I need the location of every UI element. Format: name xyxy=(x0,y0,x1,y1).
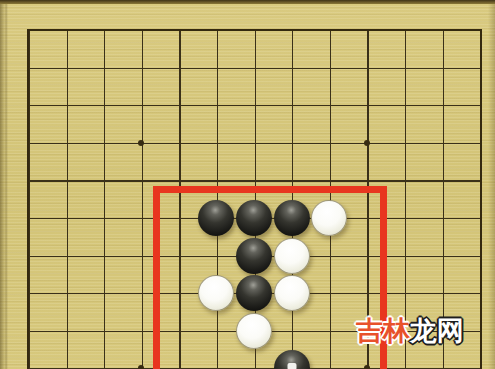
intersection[interactable] xyxy=(273,49,311,87)
partial-move-label xyxy=(287,363,296,369)
intersection[interactable] xyxy=(273,274,311,312)
intersection[interactable] xyxy=(348,350,386,369)
intersection[interactable] xyxy=(85,162,123,200)
intersection[interactable] xyxy=(160,199,198,237)
intersection[interactable] xyxy=(386,49,424,87)
intersection[interactable] xyxy=(85,274,123,312)
intersection[interactable] xyxy=(160,274,198,312)
intersection[interactable] xyxy=(273,124,311,162)
intersection[interactable] xyxy=(235,86,273,124)
intersection[interactable] xyxy=(273,350,311,369)
intersection[interactable] xyxy=(423,274,461,312)
intersection[interactable] xyxy=(310,199,348,237)
intersection[interactable] xyxy=(461,11,495,49)
board-left-edge xyxy=(0,0,8,369)
intersection[interactable] xyxy=(386,237,424,275)
intersection[interactable] xyxy=(310,11,348,49)
black-stone xyxy=(274,200,310,236)
intersection[interactable] xyxy=(47,199,85,237)
intersection[interactable] xyxy=(47,237,85,275)
intersection[interactable] xyxy=(423,49,461,87)
intersection[interactable] xyxy=(47,350,85,369)
intersection[interactable] xyxy=(85,86,123,124)
intersection[interactable] xyxy=(386,274,424,312)
black-stone xyxy=(236,200,272,236)
intersection[interactable] xyxy=(85,49,123,87)
intersection[interactable] xyxy=(273,199,311,237)
intersection[interactable] xyxy=(122,11,160,49)
intersection[interactable] xyxy=(198,49,236,87)
intersection[interactable] xyxy=(198,199,236,237)
intersection[interactable] xyxy=(235,350,273,369)
intersection[interactable] xyxy=(235,49,273,87)
intersection[interactable] xyxy=(310,274,348,312)
intersection[interactable] xyxy=(348,199,386,237)
intersection[interactable] xyxy=(235,199,273,237)
intersection[interactable] xyxy=(198,237,236,275)
black-stone xyxy=(236,275,272,311)
intersection[interactable] xyxy=(348,274,386,312)
intersection[interactable] xyxy=(122,86,160,124)
intersection[interactable] xyxy=(122,312,160,350)
intersection[interactable] xyxy=(386,350,424,369)
intersection[interactable] xyxy=(423,199,461,237)
intersection[interactable] xyxy=(273,11,311,49)
intersection[interactable] xyxy=(235,11,273,49)
black-stone xyxy=(274,350,310,369)
intersection[interactable] xyxy=(122,49,160,87)
intersection[interactable] xyxy=(461,237,495,275)
intersection[interactable] xyxy=(160,86,198,124)
intersection[interactable] xyxy=(122,350,160,369)
intersection[interactable] xyxy=(198,86,236,124)
intersection[interactable] xyxy=(423,237,461,275)
intersection[interactable] xyxy=(235,162,273,200)
intersection[interactable] xyxy=(198,274,236,312)
intersection[interactable] xyxy=(310,124,348,162)
intersection[interactable] xyxy=(47,86,85,124)
intersection[interactable] xyxy=(198,312,236,350)
intersection[interactable] xyxy=(310,162,348,200)
intersection[interactable] xyxy=(461,312,495,350)
intersection[interactable] xyxy=(386,124,424,162)
intersection[interactable] xyxy=(198,11,236,49)
intersection[interactable] xyxy=(348,11,386,49)
intersection[interactable] xyxy=(122,162,160,200)
intersection[interactable] xyxy=(386,199,424,237)
intersection[interactable] xyxy=(10,199,48,237)
intersection[interactable] xyxy=(10,124,48,162)
intersection[interactable] xyxy=(235,312,273,350)
intersection[interactable] xyxy=(160,124,198,162)
intersection[interactable] xyxy=(85,124,123,162)
intersection[interactable] xyxy=(160,237,198,275)
intersection[interactable] xyxy=(310,237,348,275)
intersection[interactable] xyxy=(198,350,236,369)
intersection[interactable] xyxy=(273,312,311,350)
go-diagram: 吉林龙网 xyxy=(0,0,495,369)
white-stone xyxy=(274,275,310,311)
white-stone xyxy=(274,238,310,274)
intersection[interactable] xyxy=(47,312,85,350)
intersection[interactable] xyxy=(10,312,48,350)
intersection[interactable] xyxy=(160,11,198,49)
intersection[interactable] xyxy=(10,162,48,200)
intersection[interactable] xyxy=(386,162,424,200)
intersection[interactable] xyxy=(47,274,85,312)
intersection[interactable] xyxy=(461,49,495,87)
white-stone xyxy=(236,313,272,349)
intersection[interactable] xyxy=(85,350,123,369)
intersection[interactable] xyxy=(85,199,123,237)
intersection[interactable] xyxy=(85,11,123,49)
intersection[interactable] xyxy=(423,86,461,124)
intersection[interactable] xyxy=(47,49,85,87)
intersection[interactable] xyxy=(10,11,48,49)
intersection[interactable] xyxy=(386,86,424,124)
intersection[interactable] xyxy=(461,350,495,369)
intersection[interactable] xyxy=(423,350,461,369)
watermark-part1: 吉林 xyxy=(356,315,410,346)
white-stone xyxy=(311,200,347,236)
intersection[interactable] xyxy=(235,237,273,275)
intersection[interactable] xyxy=(348,162,386,200)
intersection[interactable] xyxy=(160,49,198,87)
intersection[interactable] xyxy=(348,49,386,87)
intersection[interactable] xyxy=(198,162,236,200)
watermark-part2: 龙网 xyxy=(410,315,464,346)
intersection[interactable] xyxy=(10,49,48,87)
board-top-edge xyxy=(0,0,495,4)
intersection[interactable] xyxy=(122,237,160,275)
black-stone xyxy=(198,200,234,236)
intersection[interactable] xyxy=(461,274,495,312)
intersection[interactable] xyxy=(85,312,123,350)
intersection[interactable] xyxy=(10,86,48,124)
intersection[interactable] xyxy=(423,11,461,49)
intersection[interactable] xyxy=(273,86,311,124)
intersection[interactable] xyxy=(273,237,311,275)
intersection[interactable] xyxy=(310,350,348,369)
intersection[interactable] xyxy=(122,124,160,162)
white-stone xyxy=(198,275,234,311)
intersection[interactable] xyxy=(310,312,348,350)
intersection[interactable] xyxy=(348,124,386,162)
intersection[interactable] xyxy=(461,124,495,162)
intersection[interactable] xyxy=(310,49,348,87)
watermark: 吉林龙网 xyxy=(356,316,464,346)
intersection[interactable] xyxy=(47,11,85,49)
intersection[interactable] xyxy=(10,350,48,369)
intersection[interactable] xyxy=(423,162,461,200)
black-stone xyxy=(236,238,272,274)
intersection[interactable] xyxy=(122,274,160,312)
intersection[interactable] xyxy=(461,199,495,237)
intersection[interactable] xyxy=(235,124,273,162)
intersection[interactable] xyxy=(47,124,85,162)
intersection[interactable] xyxy=(423,124,461,162)
intersection[interactable] xyxy=(461,86,495,124)
intersection[interactable] xyxy=(348,237,386,275)
intersection[interactable] xyxy=(160,312,198,350)
intersection[interactable] xyxy=(386,11,424,49)
intersection[interactable] xyxy=(47,162,85,200)
intersection[interactable] xyxy=(310,86,348,124)
intersection[interactable] xyxy=(348,86,386,124)
intersection[interactable] xyxy=(85,237,123,275)
intersection[interactable] xyxy=(160,350,198,369)
intersection[interactable] xyxy=(461,162,495,200)
intersection[interactable] xyxy=(198,124,236,162)
intersection[interactable] xyxy=(122,199,160,237)
intersection[interactable] xyxy=(10,274,48,312)
intersection[interactable] xyxy=(273,162,311,200)
intersection[interactable] xyxy=(160,162,198,200)
intersection[interactable] xyxy=(10,237,48,275)
intersection[interactable] xyxy=(235,274,273,312)
